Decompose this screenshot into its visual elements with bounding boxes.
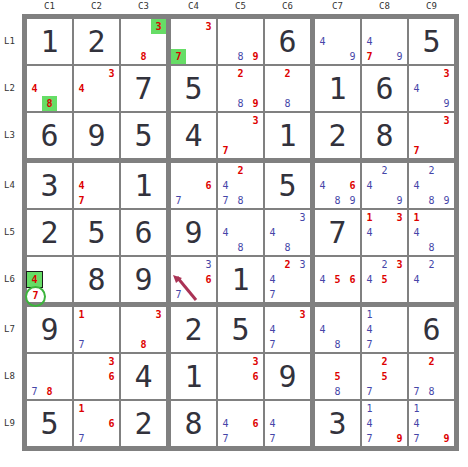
candidate-4: 4 xyxy=(362,272,377,287)
candidate-3: 3 xyxy=(295,257,310,272)
row-labels: L1L2L3L4L5L6L7L8L9 xyxy=(0,14,22,451)
solved-digit: 2 xyxy=(315,113,360,158)
row-label-L7: L7 xyxy=(0,307,22,352)
cell-L3C2[interactable]: 9 xyxy=(74,113,119,158)
candidate-4: 4 xyxy=(409,81,424,96)
candidate-8: 8 xyxy=(233,96,248,111)
candidate-9: 9 xyxy=(392,193,407,208)
solved-digit: 6 xyxy=(27,113,72,158)
solved-digit: 1 xyxy=(218,257,263,302)
col-label-C5: C5 xyxy=(218,0,263,14)
solved-digit: 4 xyxy=(121,354,166,399)
cell-L2C9[interactable]: 349 xyxy=(409,66,454,111)
candidate-1: 1 xyxy=(74,401,89,416)
candidate-1: 1 xyxy=(362,401,377,416)
candidate-2: 2 xyxy=(424,354,439,369)
cell-L1C3[interactable]: 38 xyxy=(121,19,166,64)
candidate-4: 4 xyxy=(315,178,330,193)
candidate-4: 4 xyxy=(218,416,233,431)
cell-L5C1[interactable]: 2 xyxy=(27,210,72,255)
col-label-C7: C7 xyxy=(315,0,360,14)
solved-digit: 8 xyxy=(171,401,216,446)
solved-digit: 3 xyxy=(27,163,72,208)
candidate-7: 7 xyxy=(409,143,424,158)
candidate-8: 8 xyxy=(42,384,57,399)
cell-L1C6[interactable]: 6 xyxy=(265,19,310,64)
candidate-2: 2 xyxy=(233,163,248,178)
candidate-1: 1 xyxy=(409,401,424,416)
candidate-7: 7 xyxy=(265,431,280,446)
cell-L2C1[interactable]: 48 xyxy=(27,66,72,111)
cell-L7C9[interactable]: 6 xyxy=(409,307,454,352)
solved-digit: 5 xyxy=(171,66,216,111)
candidate-7-circle: 7 xyxy=(25,286,46,307)
candidate-2: 2 xyxy=(233,66,248,81)
candidate-5: 5 xyxy=(377,272,392,287)
cell-L7C4[interactable]: 2 xyxy=(171,307,216,352)
candidate-6: 6 xyxy=(345,272,360,287)
box-4: 34712564789 xyxy=(27,163,166,302)
candidate-2: 2 xyxy=(424,257,439,272)
box-2: 378965289284371 xyxy=(171,19,310,158)
candidate-4: 4 xyxy=(362,322,377,337)
cell-L4C2[interactable]: 47 xyxy=(74,163,119,208)
cell-L1C9[interactable]: 5 xyxy=(409,19,454,64)
cell-L3C9[interactable]: 37 xyxy=(409,113,454,158)
solved-digit: 6 xyxy=(409,307,454,352)
candidate-7: 7 xyxy=(218,143,233,158)
solved-digit: 2 xyxy=(121,401,166,446)
cell-L9C2[interactable]: 167 xyxy=(74,401,119,446)
candidate-6: 6 xyxy=(104,369,119,384)
col-label-C1: C1 xyxy=(27,0,72,14)
candidate-1: 1 xyxy=(409,210,424,225)
candidate-8: 8 xyxy=(280,96,295,111)
solved-digit: 5 xyxy=(265,163,310,208)
cell-L5C6[interactable]: 348 xyxy=(265,210,310,255)
candidate-6: 6 xyxy=(345,178,360,193)
candidate-7: 7 xyxy=(218,193,233,208)
cell-L9C7[interactable]: 3 xyxy=(315,401,360,446)
candidate-5: 5 xyxy=(330,369,345,384)
cell-L7C6[interactable]: 347 xyxy=(265,307,310,352)
candidate-1: 1 xyxy=(362,210,377,225)
box-7: 917387836451672 xyxy=(27,307,166,446)
candidate-9: 9 xyxy=(439,96,454,111)
solved-digit: 8 xyxy=(362,113,407,158)
candidate-8: 8 xyxy=(233,193,248,208)
cell-L3C5[interactable]: 37 xyxy=(218,113,263,158)
candidate-3: 3 xyxy=(392,257,407,272)
solved-digit: 9 xyxy=(265,354,310,399)
candidate-8: 8 xyxy=(330,193,345,208)
solved-digit: 1 xyxy=(27,19,72,64)
solved-digit: 5 xyxy=(409,19,454,64)
candidate-2: 2 xyxy=(424,163,439,178)
candidate-8: 8 xyxy=(330,384,345,399)
candidate-4: 4 xyxy=(27,81,42,96)
col-label-C6: C6 xyxy=(265,0,310,14)
solved-digit: 9 xyxy=(171,210,216,255)
cell-L9C9[interactable]: 1479 xyxy=(409,401,454,446)
box-1: 123848347695 xyxy=(27,19,166,158)
cell-L9C5[interactable]: 467 xyxy=(218,401,263,446)
candidate-3: 3 xyxy=(104,354,119,369)
row-label-L5: L5 xyxy=(0,210,22,255)
solved-digit: 5 xyxy=(27,401,72,446)
solved-digit: 6 xyxy=(265,19,310,64)
cell-L3C4[interactable]: 4 xyxy=(171,113,216,158)
cell-L3C8[interactable]: 8 xyxy=(362,113,407,158)
candidate-5: 5 xyxy=(330,272,345,287)
candidate-4: 4 xyxy=(265,416,280,431)
cell-L5C9[interactable]: 148 xyxy=(409,210,454,255)
candidate-9: 9 xyxy=(439,431,454,446)
cell-L7C5[interactable]: 5 xyxy=(218,307,263,352)
solved-digit: 5 xyxy=(218,307,263,352)
candidate-8: 8 xyxy=(233,240,248,255)
solved-digit: 9 xyxy=(121,257,166,302)
col-label-C4: C4 xyxy=(171,0,216,14)
candidate-7-slash: 7 xyxy=(171,287,186,302)
cell-L6C6[interactable]: 2347 xyxy=(265,257,310,302)
cell-L8C3[interactable]: 4 xyxy=(121,354,166,399)
cell-L6C1[interactable]: 47 xyxy=(27,257,72,302)
candidate-8: 8 xyxy=(233,49,248,64)
cell-L4C6[interactable]: 5 xyxy=(265,163,310,208)
cell-L4C5[interactable]: 2478 xyxy=(218,163,263,208)
candidate-8: 8 xyxy=(136,49,151,64)
solved-digit: 7 xyxy=(121,66,166,111)
cell-L1C7[interactable]: 49 xyxy=(315,19,360,64)
candidate-6: 6 xyxy=(248,369,263,384)
cell-L7C3[interactable]: 38 xyxy=(121,307,166,352)
row-label-L8: L8 xyxy=(0,354,22,399)
solved-digit: 1 xyxy=(171,354,216,399)
candidate-1: 1 xyxy=(362,307,377,322)
cell-L3C3[interactable]: 5 xyxy=(121,113,166,158)
cell-L5C7[interactable]: 7 xyxy=(315,210,360,255)
cell-L5C3[interactable]: 6 xyxy=(121,210,166,255)
cell-L6C3[interactable]: 9 xyxy=(121,257,166,302)
cell-L9C4[interactable]: 8 xyxy=(171,401,216,446)
cell-L1C1[interactable]: 1 xyxy=(27,19,72,64)
candidate-4: 4 xyxy=(218,225,233,240)
cell-L8C7[interactable]: 58 xyxy=(315,354,360,399)
candidate-3-green: 3 xyxy=(151,19,166,34)
candidate-3: 3 xyxy=(439,113,454,128)
candidate-7: 7 xyxy=(218,431,233,446)
candidate-8-green: 8 xyxy=(42,96,57,111)
box-8: 253471369846747 xyxy=(171,307,310,446)
candidate-4: 4 xyxy=(362,225,377,240)
candidate-9: 9 xyxy=(392,49,407,64)
candidate-6: 6 xyxy=(248,416,263,431)
candidate-2: 2 xyxy=(280,257,295,272)
cell-L4C8[interactable]: 249 xyxy=(362,163,407,208)
candidate-9: 9 xyxy=(248,96,263,111)
solved-digit: 1 xyxy=(121,163,166,208)
cell-L1C8[interactable]: 479 xyxy=(362,19,407,64)
solved-digit: 9 xyxy=(74,113,119,158)
candidate-3: 3 xyxy=(151,307,166,322)
box-9: 48147658257278314791479 xyxy=(315,307,454,446)
candidate-4: 4 xyxy=(362,178,377,193)
solved-digit: 6 xyxy=(121,210,166,255)
candidate-4: 4 xyxy=(315,322,330,337)
cell-L2C7[interactable]: 1 xyxy=(315,66,360,111)
solved-digit: 1 xyxy=(315,66,360,111)
candidate-3: 3 xyxy=(295,210,310,225)
cell-L7C1[interactable]: 9 xyxy=(27,307,72,352)
candidate-4: 4 xyxy=(315,272,330,287)
candidate-7: 7 xyxy=(74,193,89,208)
candidate-9: 9 xyxy=(248,49,263,64)
candidate-8: 8 xyxy=(424,240,439,255)
solved-digit: 3 xyxy=(315,401,360,446)
candidate-9: 9 xyxy=(345,49,360,64)
cell-L6C8[interactable]: 2345 xyxy=(362,257,407,302)
cell-L7C2[interactable]: 17 xyxy=(74,307,119,352)
candidate-8: 8 xyxy=(330,337,345,352)
cell-L9C1[interactable]: 5 xyxy=(27,401,72,446)
cell-L9C6[interactable]: 47 xyxy=(265,401,310,446)
cell-L6C7[interactable]: 456 xyxy=(315,257,360,302)
candidate-4: 4 xyxy=(409,416,424,431)
solved-digit: 2 xyxy=(27,210,72,255)
cell-L9C8[interactable]: 1479 xyxy=(362,401,407,446)
candidate-7: 7 xyxy=(362,384,377,399)
candidate-7: 7 xyxy=(409,431,424,446)
candidate-7: 7 xyxy=(362,431,377,446)
cell-L4C1[interactable]: 3 xyxy=(27,163,72,208)
candidate-3: 3 xyxy=(439,66,454,81)
candidate-3: 3 xyxy=(104,66,119,81)
cell-L7C8[interactable]: 147 xyxy=(362,307,407,352)
sudoku-board: 1238483476953789652892843714947951634928… xyxy=(22,14,459,451)
solved-digit: 7 xyxy=(315,210,360,255)
cell-L3C1[interactable]: 6 xyxy=(27,113,72,158)
row-label-L9: L9 xyxy=(0,401,22,446)
candidate-9: 9 xyxy=(392,431,407,446)
cell-L6C5[interactable]: 1 xyxy=(218,257,263,302)
cell-L1C4[interactable]: 37 xyxy=(171,19,216,64)
solved-digit: 1 xyxy=(265,113,310,158)
candidate-4: 4 xyxy=(409,178,424,193)
candidate-2: 2 xyxy=(377,354,392,369)
cell-L2C2[interactable]: 34 xyxy=(74,66,119,111)
row-label-L6: L6 xyxy=(0,257,22,302)
candidate-8: 8 xyxy=(136,337,151,352)
cell-L4C9[interactable]: 2489 xyxy=(409,163,454,208)
cell-L6C2[interactable]: 8 xyxy=(74,257,119,302)
candidate-4: 4 xyxy=(265,272,280,287)
solved-digit: 6 xyxy=(362,66,407,111)
candidate-8: 8 xyxy=(424,384,439,399)
solved-digit: 5 xyxy=(121,113,166,158)
candidate-6: 6 xyxy=(201,272,216,287)
solved-digit: 9 xyxy=(27,307,72,352)
candidate-2: 2 xyxy=(280,66,295,81)
candidate-2: 2 xyxy=(377,257,392,272)
candidate-7: 7 xyxy=(409,384,424,399)
candidate-7: 7 xyxy=(362,337,377,352)
solved-digit: 8 xyxy=(74,257,119,302)
cell-L4C4[interactable]: 67 xyxy=(171,163,216,208)
cell-L7C7[interactable]: 48 xyxy=(315,307,360,352)
candidate-7: 7 xyxy=(74,431,89,446)
cell-L1C5[interactable]: 89 xyxy=(218,19,263,64)
candidate-7: 7 xyxy=(171,193,186,208)
solved-digit: 5 xyxy=(74,210,119,255)
candidate-7: 7 xyxy=(265,287,280,302)
candidate-8: 8 xyxy=(280,240,295,255)
cell-L2C8[interactable]: 6 xyxy=(362,66,407,111)
cell-L9C3[interactable]: 2 xyxy=(121,401,166,446)
row-label-L4: L4 xyxy=(0,163,22,208)
candidate-8: 8 xyxy=(424,193,439,208)
col-label-C9: C9 xyxy=(409,0,454,14)
cell-L5C8[interactable]: 134 xyxy=(362,210,407,255)
sudoku-app: { "game": "sudoku", "title": "Sudoku sol… xyxy=(0,0,468,467)
column-labels: C1C2C3C4C5C6C7C8C9 xyxy=(22,0,459,14)
cell-L2C5[interactable]: 289 xyxy=(218,66,263,111)
cell-L6C9[interactable]: 24 xyxy=(409,257,454,302)
cell-L8C2[interactable]: 36 xyxy=(74,354,119,399)
col-label-C2: C2 xyxy=(74,0,119,14)
candidate-4: 4 xyxy=(409,272,424,287)
candidate-6: 6 xyxy=(104,416,119,431)
candidate-3: 3 xyxy=(201,19,216,34)
box-5: 672478594834836712347 xyxy=(171,163,310,302)
candidate-2: 2 xyxy=(377,163,392,178)
candidate-3: 3 xyxy=(248,113,263,128)
candidate-7: 7 xyxy=(362,49,377,64)
cell-L5C5[interactable]: 48 xyxy=(218,210,263,255)
candidate-3: 3 xyxy=(392,210,407,225)
candidate-3: 3 xyxy=(201,257,216,272)
solved-digit: 2 xyxy=(74,19,119,64)
cell-L8C9[interactable]: 278 xyxy=(409,354,454,399)
solved-digit: 2 xyxy=(171,307,216,352)
candidate-4: 4 xyxy=(218,178,233,193)
cell-L2C4[interactable]: 5 xyxy=(171,66,216,111)
box-6: 468924924897134148456234524 xyxy=(315,163,454,302)
candidate-9: 9 xyxy=(439,193,454,208)
col-label-C3: C3 xyxy=(121,0,166,14)
candidate-4: 4 xyxy=(315,34,330,49)
cell-L3C7[interactable]: 2 xyxy=(315,113,360,158)
cell-L8C4[interactable]: 1 xyxy=(171,354,216,399)
candidate-4: 4 xyxy=(265,322,280,337)
row-label-L1: L1 xyxy=(0,19,22,64)
cell-L1C2[interactable]: 2 xyxy=(74,19,119,64)
cell-L3C6[interactable]: 1 xyxy=(265,113,310,158)
candidate-7: 7 xyxy=(265,337,280,352)
candidate-4: 4 xyxy=(74,178,89,193)
candidate-5: 5 xyxy=(377,369,392,384)
cell-L4C3[interactable]: 1 xyxy=(121,163,166,208)
cell-L8C6[interactable]: 9 xyxy=(265,354,310,399)
row-label-L2: L2 xyxy=(0,66,22,111)
box-3: 494795163492837 xyxy=(315,19,454,158)
cell-L6C4[interactable]: 367 xyxy=(171,257,216,302)
cell-L8C8[interactable]: 257 xyxy=(362,354,407,399)
cell-L8C5[interactable]: 36 xyxy=(218,354,263,399)
col-label-C8: C8 xyxy=(362,0,407,14)
candidate-3: 3 xyxy=(295,307,310,322)
row-label-L3: L3 xyxy=(0,113,22,158)
cell-L4C7[interactable]: 4689 xyxy=(315,163,360,208)
candidate-3: 3 xyxy=(248,354,263,369)
candidate-7: 7 xyxy=(74,337,89,352)
candidate-4: 4 xyxy=(74,81,89,96)
cell-L2C3[interactable]: 7 xyxy=(121,66,166,111)
cell-L2C6[interactable]: 28 xyxy=(265,66,310,111)
cell-L5C4[interactable]: 9 xyxy=(171,210,216,255)
candidate-4: 4 xyxy=(265,225,280,240)
candidate-4: 4 xyxy=(409,225,424,240)
cell-L5C2[interactable]: 5 xyxy=(74,210,119,255)
solved-digit: 4 xyxy=(171,113,216,158)
candidate-6: 6 xyxy=(201,178,216,193)
candidate-4: 4 xyxy=(362,416,377,431)
candidate-9: 9 xyxy=(345,193,360,208)
candidate-4: 4 xyxy=(362,34,377,49)
candidate-1: 1 xyxy=(74,307,89,322)
cell-L8C1[interactable]: 78 xyxy=(27,354,72,399)
candidate-7-green: 7 xyxy=(171,49,186,64)
candidate-7: 7 xyxy=(27,384,42,399)
